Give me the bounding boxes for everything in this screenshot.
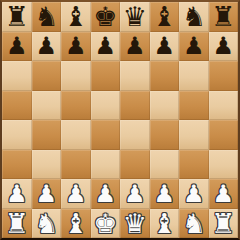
square-r1c2[interactable]: ♟ (61, 32, 91, 62)
square-r3c5[interactable] (150, 91, 180, 121)
square-r4c3[interactable] (91, 120, 121, 150)
square-r4c4[interactable] (120, 120, 150, 150)
square-r5c1[interactable] (32, 150, 62, 180)
square-r5c2[interactable] (61, 150, 91, 180)
square-r5c7[interactable] (209, 150, 239, 180)
white-pawn-piece[interactable]: ♟ (153, 182, 175, 206)
square-r7c4[interactable]: ♛ (120, 209, 150, 239)
square-r2c7[interactable] (209, 61, 239, 91)
white-pawn-piece[interactable]: ♟ (183, 182, 205, 206)
black-bishop-piece[interactable]: ♝ (64, 3, 88, 30)
square-r1c0[interactable]: ♟ (2, 32, 32, 62)
white-pawn-piece[interactable]: ♟ (124, 182, 146, 206)
white-pawn-piece[interactable]: ♟ (65, 182, 87, 206)
black-pawn-piece[interactable]: ♟ (65, 34, 87, 58)
black-bishop-piece[interactable]: ♝ (152, 3, 176, 30)
white-rook-piece[interactable]: ♜ (5, 210, 29, 237)
square-r0c0[interactable]: ♜ (2, 2, 32, 32)
square-r6c1[interactable]: ♟ (32, 179, 62, 209)
square-r1c5[interactable]: ♟ (150, 32, 180, 62)
white-pawn-piece[interactable]: ♟ (6, 182, 28, 206)
square-r2c6[interactable] (179, 61, 209, 91)
white-king-piece[interactable]: ♚ (93, 210, 117, 237)
black-pawn-piece[interactable]: ♟ (6, 34, 28, 58)
square-r4c7[interactable] (209, 120, 239, 150)
square-r0c7[interactable]: ♜ (209, 2, 239, 32)
square-r6c2[interactable]: ♟ (61, 179, 91, 209)
black-rook-piece[interactable]: ♜ (211, 3, 235, 30)
square-r5c6[interactable] (179, 150, 209, 180)
square-r0c1[interactable]: ♞ (32, 2, 62, 32)
black-knight-piece[interactable]: ♞ (34, 3, 58, 30)
black-knight-piece[interactable]: ♞ (182, 3, 206, 30)
square-r2c0[interactable] (2, 61, 32, 91)
square-r0c5[interactable]: ♝ (150, 2, 180, 32)
square-r7c3[interactable]: ♚ (91, 209, 121, 239)
black-rook-piece[interactable]: ♜ (5, 3, 29, 30)
square-r3c7[interactable] (209, 91, 239, 121)
square-r5c0[interactable] (2, 150, 32, 180)
chess-board: ♜♞♝♚♛♝♞♜♟♟♟♟♟♟♟♟♟♟♟♟♟♟♟♟♜♞♝♚♛♝♞♜ (0, 0, 240, 240)
white-pawn-piece[interactable]: ♟ (212, 182, 234, 206)
square-r6c3[interactable]: ♟ (91, 179, 121, 209)
square-r3c4[interactable] (120, 91, 150, 121)
square-r4c5[interactable] (150, 120, 180, 150)
black-queen-piece[interactable]: ♛ (123, 3, 147, 30)
square-r0c2[interactable]: ♝ (61, 2, 91, 32)
square-r5c5[interactable] (150, 150, 180, 180)
square-r2c2[interactable] (61, 61, 91, 91)
square-r6c5[interactable]: ♟ (150, 179, 180, 209)
square-r7c2[interactable]: ♝ (61, 209, 91, 239)
square-r7c0[interactable]: ♜ (2, 209, 32, 239)
square-r3c3[interactable] (91, 91, 121, 121)
square-r7c1[interactable]: ♞ (32, 209, 62, 239)
black-pawn-piece[interactable]: ♟ (153, 34, 175, 58)
black-king-piece[interactable]: ♚ (93, 3, 117, 30)
square-r7c6[interactable]: ♞ (179, 209, 209, 239)
black-pawn-piece[interactable]: ♟ (183, 34, 205, 58)
white-bishop-piece[interactable]: ♝ (64, 210, 88, 237)
square-r1c6[interactable]: ♟ (179, 32, 209, 62)
square-r6c0[interactable]: ♟ (2, 179, 32, 209)
square-r0c4[interactable]: ♛ (120, 2, 150, 32)
square-r3c6[interactable] (179, 91, 209, 121)
square-r6c7[interactable]: ♟ (209, 179, 239, 209)
square-r4c1[interactable] (32, 120, 62, 150)
square-r3c2[interactable] (61, 91, 91, 121)
white-rook-piece[interactable]: ♜ (211, 210, 235, 237)
white-pawn-piece[interactable]: ♟ (35, 182, 57, 206)
square-r2c3[interactable] (91, 61, 121, 91)
square-r5c4[interactable] (120, 150, 150, 180)
square-r2c4[interactable] (120, 61, 150, 91)
white-knight-piece[interactable]: ♞ (34, 210, 58, 237)
square-r3c0[interactable] (2, 91, 32, 121)
white-bishop-piece[interactable]: ♝ (152, 210, 176, 237)
square-r7c7[interactable]: ♜ (209, 209, 239, 239)
black-pawn-piece[interactable]: ♟ (35, 34, 57, 58)
square-r6c6[interactable]: ♟ (179, 179, 209, 209)
white-knight-piece[interactable]: ♞ (182, 210, 206, 237)
square-r0c6[interactable]: ♞ (179, 2, 209, 32)
square-r1c7[interactable]: ♟ (209, 32, 239, 62)
black-pawn-piece[interactable]: ♟ (212, 34, 234, 58)
white-queen-piece[interactable]: ♛ (123, 210, 147, 237)
square-r4c2[interactable] (61, 120, 91, 150)
square-r0c3[interactable]: ♚ (91, 2, 121, 32)
square-r7c5[interactable]: ♝ (150, 209, 180, 239)
square-r2c1[interactable] (32, 61, 62, 91)
square-r5c3[interactable] (91, 150, 121, 180)
square-r1c3[interactable]: ♟ (91, 32, 121, 62)
square-r1c4[interactable]: ♟ (120, 32, 150, 62)
square-r1c1[interactable]: ♟ (32, 32, 62, 62)
square-r6c4[interactable]: ♟ (120, 179, 150, 209)
square-r2c5[interactable] (150, 61, 180, 91)
black-pawn-piece[interactable]: ♟ (94, 34, 116, 58)
square-r4c0[interactable] (2, 120, 32, 150)
white-pawn-piece[interactable]: ♟ (94, 182, 116, 206)
square-r4c6[interactable] (179, 120, 209, 150)
square-r3c1[interactable] (32, 91, 62, 121)
black-pawn-piece[interactable]: ♟ (124, 34, 146, 58)
